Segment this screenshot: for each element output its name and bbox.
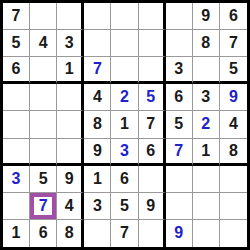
cell-r6c4[interactable]: 9 xyxy=(84,139,111,166)
cell-r5c3[interactable] xyxy=(57,111,84,138)
cell-r2c2[interactable]: 4 xyxy=(30,30,57,57)
cell-r3c6[interactable] xyxy=(139,57,166,84)
cell-r9c7[interactable]: 9 xyxy=(166,220,193,247)
cell-r3c7[interactable]: 3 xyxy=(166,57,193,84)
cell-r9c5[interactable]: 7 xyxy=(111,220,138,247)
cell-r2c3[interactable]: 3 xyxy=(57,30,84,57)
cell-r5c7[interactable]: 5 xyxy=(166,111,193,138)
cell-r8c6[interactable]: 9 xyxy=(139,193,166,220)
cell-r8c2-selected[interactable]: 7 xyxy=(30,193,57,220)
cell-r7c4[interactable]: 1 xyxy=(84,166,111,193)
cell-r7c9[interactable] xyxy=(220,166,247,193)
cell-r6c1[interactable] xyxy=(3,139,30,166)
cell-r7c1[interactable]: 3 xyxy=(3,166,30,193)
cell-r3c1[interactable]: 6 xyxy=(3,57,30,84)
cell-r8c4[interactable]: 3 xyxy=(84,193,111,220)
cell-r7c2[interactable]: 5 xyxy=(30,166,57,193)
cell-r4c6[interactable]: 5 xyxy=(139,84,166,111)
cell-r4c3[interactable] xyxy=(57,84,84,111)
cell-r3c9[interactable]: 5 xyxy=(220,57,247,84)
cell-r2c7[interactable] xyxy=(166,30,193,57)
cell-r4c2[interactable] xyxy=(30,84,57,111)
cell-r5c6[interactable]: 7 xyxy=(139,111,166,138)
cell-r1c4[interactable] xyxy=(84,3,111,30)
cell-r3c2[interactable] xyxy=(30,57,57,84)
cell-r9c1[interactable]: 1 xyxy=(3,220,30,247)
cell-r9c3[interactable]: 8 xyxy=(57,220,84,247)
cell-r7c5[interactable]: 6 xyxy=(111,166,138,193)
cell-r3c3[interactable]: 1 xyxy=(57,57,84,84)
cell-r4c5[interactable]: 2 xyxy=(111,84,138,111)
cell-r1c7[interactable] xyxy=(166,3,193,30)
cell-r4c4[interactable]: 4 xyxy=(84,84,111,111)
cell-r3c4[interactable]: 7 xyxy=(84,57,111,84)
cell-r2c6[interactable] xyxy=(139,30,166,57)
cell-r6c6[interactable]: 6 xyxy=(139,139,166,166)
cell-r6c5[interactable]: 3 xyxy=(111,139,138,166)
cell-r1c3[interactable] xyxy=(57,3,84,30)
cell-r3c5[interactable] xyxy=(111,57,138,84)
cell-r7c8[interactable] xyxy=(193,166,220,193)
cell-r2c9[interactable]: 7 xyxy=(220,30,247,57)
cell-r5c9[interactable]: 4 xyxy=(220,111,247,138)
cell-r8c1[interactable] xyxy=(3,193,30,220)
cell-r7c3[interactable]: 9 xyxy=(57,166,84,193)
cell-r6c3[interactable] xyxy=(57,139,84,166)
cell-r6c8[interactable]: 1 xyxy=(193,139,220,166)
cell-r1c8[interactable]: 9 xyxy=(193,3,220,30)
cell-r9c4[interactable] xyxy=(84,220,111,247)
cell-r3c8[interactable] xyxy=(193,57,220,84)
cell-r5c5[interactable]: 1 xyxy=(111,111,138,138)
cell-r6c7[interactable]: 7 xyxy=(166,139,193,166)
cell-r8c5[interactable]: 5 xyxy=(111,193,138,220)
cell-r4c1[interactable] xyxy=(3,84,30,111)
cell-r1c5[interactable] xyxy=(111,3,138,30)
sudoku-board: 7965438761735425639817524936718359167435… xyxy=(0,0,250,250)
cell-r1c6[interactable] xyxy=(139,3,166,30)
cell-r1c9[interactable]: 6 xyxy=(220,3,247,30)
cell-r7c6[interactable] xyxy=(139,166,166,193)
cell-r5c2[interactable] xyxy=(30,111,57,138)
cell-r1c2[interactable] xyxy=(30,3,57,30)
cell-r4c9[interactable]: 9 xyxy=(220,84,247,111)
cell-r8c3[interactable]: 4 xyxy=(57,193,84,220)
cell-r9c6[interactable] xyxy=(139,220,166,247)
cell-r8c7[interactable] xyxy=(166,193,193,220)
cell-r2c1[interactable]: 5 xyxy=(3,30,30,57)
cell-r7c7[interactable] xyxy=(166,166,193,193)
cell-r2c8[interactable]: 8 xyxy=(193,30,220,57)
cell-r5c1[interactable] xyxy=(3,111,30,138)
cell-r2c5[interactable] xyxy=(111,30,138,57)
cell-r5c4[interactable]: 8 xyxy=(84,111,111,138)
cell-r9c8[interactable] xyxy=(193,220,220,247)
cell-r9c9[interactable] xyxy=(220,220,247,247)
cell-r8c8[interactable] xyxy=(193,193,220,220)
cell-r6c2[interactable] xyxy=(30,139,57,166)
cell-r9c2[interactable]: 6 xyxy=(30,220,57,247)
cell-r4c7[interactable]: 6 xyxy=(166,84,193,111)
cell-r1c1[interactable]: 7 xyxy=(3,3,30,30)
cell-r5c8[interactable]: 2 xyxy=(193,111,220,138)
cell-r4c8[interactable]: 3 xyxy=(193,84,220,111)
cell-r6c9[interactable]: 8 xyxy=(220,139,247,166)
cell-r2c4[interactable] xyxy=(84,30,111,57)
cell-r8c9[interactable] xyxy=(220,193,247,220)
